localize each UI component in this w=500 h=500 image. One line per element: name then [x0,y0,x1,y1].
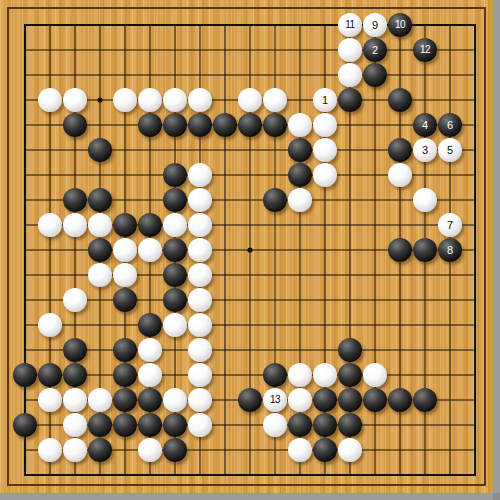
white-stone [263,88,287,112]
white-stone-move-13: 13 [263,388,287,412]
black-stone [163,238,187,262]
black-stone [138,113,162,137]
white-stone [163,388,187,412]
black-stone [363,63,387,87]
white-stone [188,88,212,112]
black-stone-move-2: 2 [363,38,387,62]
black-stone [138,413,162,437]
black-stone [163,438,187,462]
black-stone [413,238,437,262]
move-number-label: 9 [372,20,378,31]
black-stone [63,338,87,362]
white-stone [113,238,137,262]
move-number-label: 12 [420,45,430,55]
black-stone [388,138,412,162]
white-stone-move-1: 1 [313,88,337,112]
black-stone [88,138,112,162]
white-stone [413,188,437,212]
white-stone [63,388,87,412]
white-stone [288,388,312,412]
white-stone-move-3: 3 [413,138,437,162]
black-stone [288,163,312,187]
board-edge-shadow-right [493,0,500,500]
black-stone [388,238,412,262]
white-stone [388,163,412,187]
black-stone [238,113,262,137]
white-stone [188,313,212,337]
black-stone [263,188,287,212]
black-stone [238,388,262,412]
black-stone-move-4: 4 [413,113,437,137]
black-stone [263,113,287,137]
black-stone [13,413,37,437]
move-number-label: 1 [322,95,328,106]
white-stone [188,388,212,412]
black-stone [338,88,362,112]
move-number-label: 11 [345,20,354,30]
white-stone [113,263,137,287]
black-stone [288,413,312,437]
black-stone [338,413,362,437]
star-point [247,247,252,252]
white-stone [163,88,187,112]
white-stone [238,88,262,112]
black-stone [338,388,362,412]
white-stone [63,88,87,112]
move-number-label: 3 [422,145,428,156]
black-stone-move-12: 12 [413,38,437,62]
black-stone [88,438,112,462]
white-stone [188,163,212,187]
white-stone [138,238,162,262]
white-stone [163,213,187,237]
black-stone [113,213,137,237]
black-stone [138,313,162,337]
white-stone [313,363,337,387]
black-stone-move-8: 8 [438,238,462,262]
white-stone [338,438,362,462]
black-stone [88,188,112,212]
white-stone-move-5: 5 [438,138,462,162]
black-stone [63,188,87,212]
white-stone [38,388,62,412]
black-stone [113,388,137,412]
white-stone [63,288,87,312]
white-stone [63,213,87,237]
white-stone [38,438,62,462]
white-stone [88,213,112,237]
black-stone-move-10: 10 [388,13,412,37]
white-stone [188,288,212,312]
white-stone [288,188,312,212]
move-number-label: 13 [270,395,280,405]
black-stone [213,113,237,137]
black-stone [263,363,287,387]
white-stone [138,338,162,362]
white-stone [313,163,337,187]
white-stone [363,363,387,387]
black-stone [63,113,87,137]
white-stone [113,88,137,112]
white-stone [38,88,62,112]
white-stone [263,413,287,437]
black-stone [388,388,412,412]
black-stone [113,413,137,437]
black-stone [88,413,112,437]
white-stone [38,213,62,237]
black-stone [363,388,387,412]
black-stone [88,238,112,262]
white-stone [288,363,312,387]
black-stone [163,413,187,437]
black-stone [338,338,362,362]
white-stone [138,363,162,387]
white-stone [88,388,112,412]
white-stone [338,38,362,62]
black-stone [113,288,137,312]
black-stone [138,388,162,412]
black-stone [413,388,437,412]
white-stone-move-9: 9 [363,13,387,37]
move-number-label: 5 [447,145,453,156]
board-edge-shadow-bottom [0,493,500,500]
black-stone [63,363,87,387]
black-stone-move-6: 6 [438,113,462,137]
go-board[interactable]: 11910212146357813 [0,0,500,500]
white-stone [88,263,112,287]
black-stone [163,188,187,212]
black-stone [188,113,212,137]
move-number-label: 10 [395,20,405,30]
black-stone [313,388,337,412]
black-stone [113,363,137,387]
black-stone [163,113,187,137]
white-stone [63,413,87,437]
black-stone [313,438,337,462]
white-stone [188,213,212,237]
black-stone [13,363,37,387]
black-stone [163,288,187,312]
board-edge-shadow-corner [493,493,500,500]
white-stone [138,438,162,462]
white-stone [63,438,87,462]
white-stone-move-11: 11 [338,13,362,37]
white-stone [313,138,337,162]
black-stone [388,88,412,112]
white-stone [338,63,362,87]
white-stone [188,188,212,212]
white-stone-move-7: 7 [438,213,462,237]
white-stone [138,88,162,112]
move-number-label: 7 [447,220,453,231]
move-number-label: 6 [447,120,453,131]
white-stone [188,413,212,437]
white-stone [38,313,62,337]
white-stone [188,238,212,262]
black-stone [113,338,137,362]
black-stone [38,363,62,387]
black-stone [338,363,362,387]
white-stone [163,313,187,337]
white-stone [313,113,337,137]
white-stone [188,363,212,387]
white-stone [288,438,312,462]
white-stone [288,113,312,137]
move-number-label: 4 [422,120,428,131]
move-number-label: 8 [447,245,453,256]
black-stone [163,263,187,287]
black-stone [163,163,187,187]
white-stone [188,263,212,287]
black-stone [138,213,162,237]
move-number-label: 2 [372,45,378,56]
white-stone [188,338,212,362]
black-stone [313,413,337,437]
black-stone [288,138,312,162]
star-point [97,97,102,102]
